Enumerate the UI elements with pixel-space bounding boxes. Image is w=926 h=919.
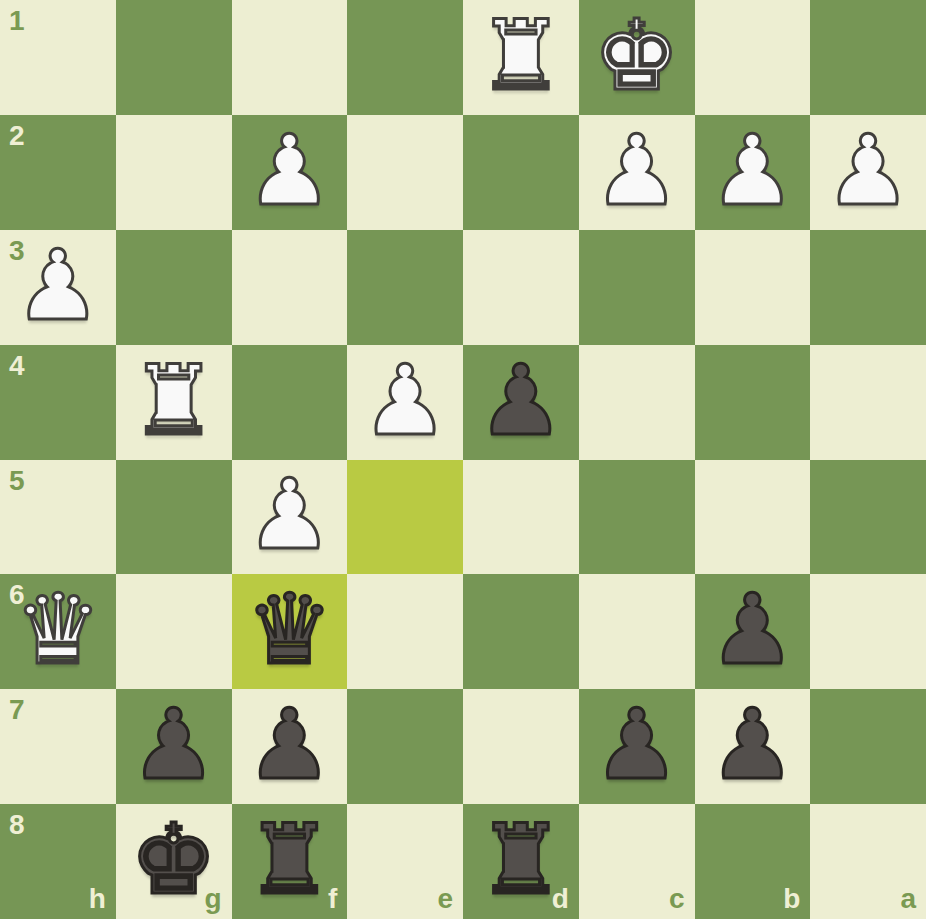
- black-pawn-c7[interactable]: ♟: [593, 696, 680, 793]
- white-pawn-a2[interactable]: ♟: [825, 122, 912, 219]
- square-h7[interactable]: 7: [0, 689, 116, 804]
- square-d5[interactable]: [463, 460, 579, 575]
- square-h3[interactable]: 3♟: [0, 230, 116, 345]
- chess-board: 1♜♚2♟♟♟♟3♟4♜♟♟5♟6♛♛♟7♟♟♟♟8hg♚f♜ed♜cba: [0, 0, 926, 919]
- square-e3[interactable]: [347, 230, 463, 345]
- file-label-a: a: [900, 883, 916, 915]
- square-e8[interactable]: e: [347, 804, 463, 919]
- square-b2[interactable]: ♟: [695, 115, 811, 230]
- white-rook-d1[interactable]: ♜: [477, 7, 564, 104]
- square-d6[interactable]: [463, 574, 579, 689]
- white-pawn-f2[interactable]: ♟: [246, 122, 333, 219]
- rank-label-2: 2: [9, 120, 25, 152]
- black-queen-f6[interactable]: ♛: [246, 581, 333, 678]
- square-a5[interactable]: [810, 460, 926, 575]
- square-b4[interactable]: [695, 345, 811, 460]
- rank-label-3: 3: [9, 235, 25, 267]
- file-label-e: e: [437, 883, 453, 915]
- square-b3[interactable]: [695, 230, 811, 345]
- square-f5[interactable]: ♟: [232, 460, 348, 575]
- square-d8[interactable]: d♜: [463, 804, 579, 919]
- square-d2[interactable]: [463, 115, 579, 230]
- square-e7[interactable]: [347, 689, 463, 804]
- square-e6[interactable]: [347, 574, 463, 689]
- square-e2[interactable]: [347, 115, 463, 230]
- square-c8[interactable]: c: [579, 804, 695, 919]
- square-c7[interactable]: ♟: [579, 689, 695, 804]
- file-label-d: d: [552, 883, 569, 915]
- white-king-c1[interactable]: ♚: [593, 7, 680, 104]
- square-d3[interactable]: [463, 230, 579, 345]
- square-e5[interactable]: [347, 460, 463, 575]
- rank-label-8: 8: [9, 809, 25, 841]
- square-e1[interactable]: [347, 0, 463, 115]
- square-d4[interactable]: ♟: [463, 345, 579, 460]
- square-e4[interactable]: ♟: [347, 345, 463, 460]
- square-c2[interactable]: ♟: [579, 115, 695, 230]
- square-a7[interactable]: [810, 689, 926, 804]
- black-rook-f8[interactable]: ♜: [246, 811, 333, 908]
- square-b5[interactable]: [695, 460, 811, 575]
- white-pawn-c2[interactable]: ♟: [593, 122, 680, 219]
- square-c3[interactable]: [579, 230, 695, 345]
- square-g7[interactable]: ♟: [116, 689, 232, 804]
- square-g3[interactable]: [116, 230, 232, 345]
- square-g5[interactable]: [116, 460, 232, 575]
- square-h8[interactable]: 8h: [0, 804, 116, 919]
- square-f3[interactable]: [232, 230, 348, 345]
- black-pawn-d4[interactable]: ♟: [477, 352, 564, 449]
- white-pawn-f5[interactable]: ♟: [246, 466, 333, 563]
- white-pawn-h3[interactable]: ♟: [14, 237, 101, 334]
- square-h2[interactable]: 2: [0, 115, 116, 230]
- square-g1[interactable]: [116, 0, 232, 115]
- file-label-b: b: [783, 883, 800, 915]
- square-h4[interactable]: 4: [0, 345, 116, 460]
- square-h5[interactable]: 5: [0, 460, 116, 575]
- square-h1[interactable]: 1: [0, 0, 116, 115]
- square-a6[interactable]: [810, 574, 926, 689]
- square-c6[interactable]: [579, 574, 695, 689]
- rank-label-6: 6: [9, 579, 25, 611]
- square-b8[interactable]: b: [695, 804, 811, 919]
- black-pawn-f7[interactable]: ♟: [246, 696, 333, 793]
- square-f8[interactable]: f♜: [232, 804, 348, 919]
- file-label-g: g: [204, 883, 221, 915]
- square-h6[interactable]: 6♛: [0, 574, 116, 689]
- square-a4[interactable]: [810, 345, 926, 460]
- square-f2[interactable]: ♟: [232, 115, 348, 230]
- rank-label-1: 1: [9, 5, 25, 37]
- square-g8[interactable]: g♚: [116, 804, 232, 919]
- square-b7[interactable]: ♟: [695, 689, 811, 804]
- white-queen-h6[interactable]: ♛: [14, 581, 101, 678]
- square-d1[interactable]: ♜: [463, 0, 579, 115]
- black-pawn-b7[interactable]: ♟: [709, 696, 796, 793]
- file-label-h: h: [89, 883, 106, 915]
- square-f4[interactable]: [232, 345, 348, 460]
- square-f6[interactable]: ♛: [232, 574, 348, 689]
- square-a2[interactable]: ♟: [810, 115, 926, 230]
- black-pawn-b6[interactable]: ♟: [709, 581, 796, 678]
- square-a3[interactable]: [810, 230, 926, 345]
- square-c4[interactable]: [579, 345, 695, 460]
- square-b1[interactable]: [695, 0, 811, 115]
- white-rook-g4[interactable]: ♜: [130, 352, 217, 449]
- rank-label-7: 7: [9, 694, 25, 726]
- square-d7[interactable]: [463, 689, 579, 804]
- white-pawn-b2[interactable]: ♟: [709, 122, 796, 219]
- square-b6[interactable]: ♟: [695, 574, 811, 689]
- file-label-c: c: [669, 883, 685, 915]
- square-g2[interactable]: [116, 115, 232, 230]
- square-g4[interactable]: ♜: [116, 345, 232, 460]
- rank-label-4: 4: [9, 350, 25, 382]
- square-c1[interactable]: ♚: [579, 0, 695, 115]
- square-f1[interactable]: [232, 0, 348, 115]
- rank-label-5: 5: [9, 465, 25, 497]
- square-c5[interactable]: [579, 460, 695, 575]
- white-pawn-e4[interactable]: ♟: [362, 352, 449, 449]
- square-g6[interactable]: [116, 574, 232, 689]
- file-label-f: f: [328, 883, 337, 915]
- square-a1[interactable]: [810, 0, 926, 115]
- black-pawn-g7[interactable]: ♟: [130, 696, 217, 793]
- square-a8[interactable]: a: [810, 804, 926, 919]
- square-f7[interactable]: ♟: [232, 689, 348, 804]
